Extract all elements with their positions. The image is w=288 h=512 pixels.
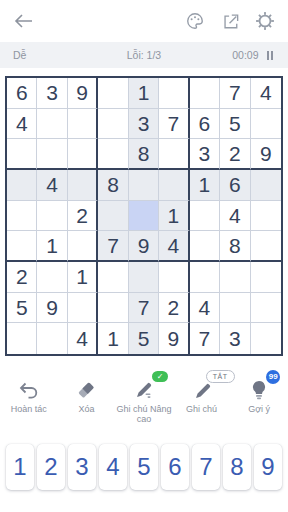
cell-r4c1[interactable]: [7, 170, 37, 201]
cell-r9c1[interactable]: [7, 323, 37, 354]
cell-r1c1[interactable]: 6: [7, 78, 37, 109]
cell-r4c5[interactable]: [129, 170, 159, 201]
cell-r9c4[interactable]: 1: [98, 323, 128, 354]
numpad-key-5[interactable]: 5: [130, 444, 158, 490]
cell-r4c2[interactable]: 4: [37, 170, 67, 201]
cell-r7c8[interactable]: [220, 262, 250, 293]
theme-button[interactable]: [185, 11, 205, 31]
cell-r6c1[interactable]: [7, 231, 37, 262]
cell-r8c2[interactable]: 9: [37, 293, 67, 324]
cell-r2c3[interactable]: [68, 109, 98, 140]
cell-r7c2[interactable]: [37, 262, 67, 293]
cell-r9c9[interactable]: [251, 323, 281, 354]
cell-r5c4[interactable]: [98, 201, 128, 232]
sudoku-board: 6391744376583294816214179482159724415973: [5, 76, 283, 356]
share-button[interactable]: [220, 11, 240, 31]
cell-r2c8[interactable]: 5: [220, 109, 250, 140]
erase-label: Xóa: [78, 404, 94, 414]
erase-button[interactable]: Xóa: [58, 377, 116, 424]
cell-r5c5[interactable]: [129, 201, 159, 232]
cell-r8c5[interactable]: 7: [129, 293, 159, 324]
cell-r2c9[interactable]: [251, 109, 281, 140]
cell-r3c9[interactable]: 9: [251, 139, 281, 170]
cell-r7c6[interactable]: [159, 262, 189, 293]
cell-r5c7[interactable]: [190, 201, 220, 232]
cell-r4c9[interactable]: [251, 170, 281, 201]
timer-label: 00:09: [232, 49, 258, 61]
cell-r1c5[interactable]: 1: [129, 78, 159, 109]
numpad-key-4[interactable]: 4: [99, 444, 127, 490]
cell-r6c7[interactable]: [190, 231, 220, 262]
cell-r4c6[interactable]: [159, 170, 189, 201]
undo-button[interactable]: Hoàn tác: [0, 377, 58, 424]
cell-r6c6[interactable]: 4: [159, 231, 189, 262]
cell-r2c5[interactable]: 3: [129, 109, 159, 140]
cell-r7c7[interactable]: [190, 262, 220, 293]
notes-off-badge: TẮT: [206, 370, 235, 383]
cell-r3c2[interactable]: [37, 139, 67, 170]
cell-r4c3[interactable]: [68, 170, 98, 201]
difficulty-label: Dễ: [13, 49, 26, 61]
numpad-key-2[interactable]: 2: [37, 444, 65, 490]
cell-r6c3[interactable]: [68, 231, 98, 262]
gear-icon: [255, 11, 275, 31]
cell-r5c1[interactable]: [7, 201, 37, 232]
notes-button[interactable]: TẮT Ghi chú: [173, 377, 231, 424]
status-bar: Dễ Lỗi: 1/3 00:09: [0, 42, 288, 68]
cell-r4c4[interactable]: 8: [98, 170, 128, 201]
cell-r8c7[interactable]: 4: [190, 293, 220, 324]
cell-r1c2[interactable]: 3: [37, 78, 67, 109]
header: [0, 0, 288, 42]
toolbar: Hoàn tác Xóa ✓: [0, 377, 288, 424]
cell-r4c7[interactable]: 1: [190, 170, 220, 201]
cell-r5c8[interactable]: 4: [220, 201, 250, 232]
cell-r3c1[interactable]: [7, 139, 37, 170]
cell-r3c6[interactable]: [159, 139, 189, 170]
pencil-notes-icon: [133, 379, 155, 401]
cell-r9c6[interactable]: 9: [159, 323, 189, 354]
numpad-key-6[interactable]: 6: [161, 444, 189, 490]
cell-r2c7[interactable]: 6: [190, 109, 220, 140]
numpad-key-7[interactable]: 7: [192, 444, 220, 490]
cell-r3c3[interactable]: [68, 139, 98, 170]
hint-count-badge: 99: [266, 370, 280, 384]
number-pad: 123456789: [0, 444, 288, 490]
eraser-icon: [75, 379, 97, 401]
pause-button[interactable]: [265, 49, 276, 62]
cell-r3c8[interactable]: 2: [220, 139, 250, 170]
advanced-notes-button[interactable]: ✓ Ghi chú Nâng cao: [115, 377, 173, 424]
cell-r4c8[interactable]: 6: [220, 170, 250, 201]
cell-r9c8[interactable]: 3: [220, 323, 250, 354]
cell-r6c4[interactable]: 7: [98, 231, 128, 262]
cell-r1c3[interactable]: 9: [68, 78, 98, 109]
cell-r5c9[interactable]: [251, 201, 281, 232]
numpad-key-9[interactable]: 9: [254, 444, 282, 490]
cell-r3c4[interactable]: [98, 139, 128, 170]
cell-r8c3[interactable]: [68, 293, 98, 324]
cell-r8c1[interactable]: 5: [7, 293, 37, 324]
pause-icon: [267, 51, 269, 60]
cell-r1c8[interactable]: 7: [220, 78, 250, 109]
cell-r6c5[interactable]: 9: [129, 231, 159, 262]
cell-r7c4[interactable]: [98, 262, 128, 293]
cell-r5c2[interactable]: [37, 201, 67, 232]
cell-r8c8[interactable]: [220, 293, 250, 324]
numpad-key-1[interactable]: 1: [6, 444, 34, 490]
cell-r5c3[interactable]: 2: [68, 201, 98, 232]
cell-r7c9[interactable]: [251, 262, 281, 293]
cell-r2c6[interactable]: 7: [159, 109, 189, 140]
numpad-key-3[interactable]: 3: [68, 444, 96, 490]
bulb-icon: [249, 379, 269, 401]
cell-r9c3[interactable]: 4: [68, 323, 98, 354]
cell-r5c6[interactable]: 1: [159, 201, 189, 232]
cell-r8c4[interactable]: [98, 293, 128, 324]
advanced-notes-label: Ghi chú Nâng cao: [115, 404, 173, 424]
cell-r2c1[interactable]: 4: [7, 109, 37, 140]
arrow-left-icon: [14, 13, 33, 29]
cell-r6c2[interactable]: 1: [37, 231, 67, 262]
cell-r8c9[interactable]: [251, 293, 281, 324]
cell-r6c8[interactable]: 8: [220, 231, 250, 262]
cell-r1c9[interactable]: 4: [251, 78, 281, 109]
cell-r3c7[interactable]: 3: [190, 139, 220, 170]
cell-r1c4[interactable]: [98, 78, 128, 109]
cell-r2c4[interactable]: [98, 109, 128, 140]
cell-r7c5[interactable]: [129, 262, 159, 293]
cell-r1c6[interactable]: [159, 78, 189, 109]
cell-r7c1[interactable]: 2: [7, 262, 37, 293]
cell-r9c2[interactable]: [37, 323, 67, 354]
hint-button[interactable]: 99 Gợi ý: [230, 377, 288, 424]
share-icon: [221, 12, 239, 30]
undo-label: Hoàn tác: [11, 404, 47, 414]
hint-label: Gợi ý: [248, 404, 270, 414]
cell-r8c6[interactable]: 2: [159, 293, 189, 324]
cell-r6c9[interactable]: [251, 231, 281, 262]
cell-r9c7[interactable]: 7: [190, 323, 220, 354]
numpad-key-8[interactable]: 8: [223, 444, 251, 490]
cell-r7c3[interactable]: 1: [68, 262, 98, 293]
cell-r2c2[interactable]: [37, 109, 67, 140]
cell-r3c5[interactable]: 8: [129, 139, 159, 170]
cell-r1c7[interactable]: [190, 78, 220, 109]
settings-button[interactable]: [255, 11, 275, 31]
palette-icon: [185, 11, 205, 31]
advanced-notes-on-badge: ✓: [152, 371, 168, 382]
back-button[interactable]: [13, 11, 33, 31]
undo-icon: [18, 381, 40, 401]
cell-r9c5[interactable]: 5: [129, 323, 159, 354]
notes-label: Ghi chú: [186, 404, 217, 414]
